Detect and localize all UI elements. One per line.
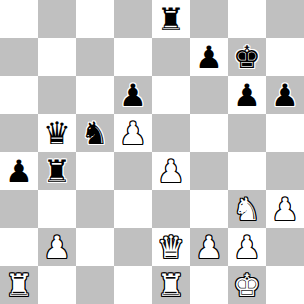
piece-black-rook: ♜ <box>157 0 185 38</box>
square-b7[interactable] <box>38 38 76 76</box>
square-g4[interactable] <box>228 152 266 190</box>
square-a2[interactable] <box>0 228 38 266</box>
square-e2[interactable]: ♛ <box>152 228 190 266</box>
piece-black-pawn: ♟ <box>119 76 147 114</box>
square-b4[interactable]: ♜ <box>38 152 76 190</box>
square-a1[interactable]: ♜ <box>0 266 38 304</box>
square-f3[interactable] <box>190 190 228 228</box>
square-a6[interactable] <box>0 76 38 114</box>
piece-black-pawn: ♟ <box>233 76 261 114</box>
chess-board: ♜♟♚♟♟♟♛♞♟♟♜♟♞♟♟♛♟♟♜♜♚ <box>0 0 304 304</box>
square-g8[interactable] <box>228 0 266 38</box>
piece-white-pawn: ♟ <box>157 152 185 190</box>
square-h6[interactable]: ♟ <box>266 76 304 114</box>
square-a7[interactable] <box>0 38 38 76</box>
square-g7[interactable]: ♚ <box>228 38 266 76</box>
piece-black-queen: ♛ <box>43 114 71 152</box>
square-b5[interactable]: ♛ <box>38 114 76 152</box>
square-a3[interactable] <box>0 190 38 228</box>
square-f2[interactable]: ♟ <box>190 228 228 266</box>
square-d3[interactable] <box>114 190 152 228</box>
square-e6[interactable] <box>152 76 190 114</box>
square-h2[interactable] <box>266 228 304 266</box>
piece-white-pawn: ♟ <box>195 228 223 266</box>
square-c4[interactable] <box>76 152 114 190</box>
square-b1[interactable] <box>38 266 76 304</box>
square-d6[interactable]: ♟ <box>114 76 152 114</box>
piece-white-knight: ♞ <box>233 190 261 228</box>
piece-black-pawn: ♟ <box>5 152 33 190</box>
square-c6[interactable] <box>76 76 114 114</box>
piece-white-king: ♚ <box>233 266 261 304</box>
square-a8[interactable] <box>0 0 38 38</box>
square-e1[interactable]: ♜ <box>152 266 190 304</box>
square-e8[interactable]: ♜ <box>152 0 190 38</box>
piece-white-queen: ♛ <box>157 228 185 266</box>
piece-black-pawn: ♟ <box>271 76 299 114</box>
square-b3[interactable] <box>38 190 76 228</box>
piece-white-rook: ♜ <box>5 266 33 304</box>
square-f7[interactable]: ♟ <box>190 38 228 76</box>
square-b6[interactable] <box>38 76 76 114</box>
square-h4[interactable] <box>266 152 304 190</box>
piece-white-pawn: ♟ <box>271 190 299 228</box>
square-h7[interactable] <box>266 38 304 76</box>
square-f5[interactable] <box>190 114 228 152</box>
square-c2[interactable] <box>76 228 114 266</box>
square-h8[interactable] <box>266 0 304 38</box>
piece-black-king: ♚ <box>233 38 261 76</box>
square-b8[interactable] <box>38 0 76 38</box>
square-f4[interactable] <box>190 152 228 190</box>
square-f6[interactable] <box>190 76 228 114</box>
square-c5[interactable]: ♞ <box>76 114 114 152</box>
square-f8[interactable] <box>190 0 228 38</box>
square-e5[interactable] <box>152 114 190 152</box>
square-c7[interactable] <box>76 38 114 76</box>
square-g5[interactable] <box>228 114 266 152</box>
square-h5[interactable] <box>266 114 304 152</box>
square-c8[interactable] <box>76 0 114 38</box>
square-e3[interactable] <box>152 190 190 228</box>
square-g6[interactable]: ♟ <box>228 76 266 114</box>
square-d4[interactable] <box>114 152 152 190</box>
square-g2[interactable]: ♟ <box>228 228 266 266</box>
square-d1[interactable] <box>114 266 152 304</box>
square-d8[interactable] <box>114 0 152 38</box>
square-f1[interactable] <box>190 266 228 304</box>
square-d5[interactable]: ♟ <box>114 114 152 152</box>
square-c1[interactable] <box>76 266 114 304</box>
square-d7[interactable] <box>114 38 152 76</box>
piece-white-rook: ♜ <box>157 266 185 304</box>
square-g1[interactable]: ♚ <box>228 266 266 304</box>
square-d2[interactable] <box>114 228 152 266</box>
square-e4[interactable]: ♟ <box>152 152 190 190</box>
piece-black-knight: ♞ <box>81 114 109 152</box>
square-h3[interactable]: ♟ <box>266 190 304 228</box>
piece-white-pawn: ♟ <box>119 114 147 152</box>
piece-black-rook: ♜ <box>43 152 71 190</box>
square-c3[interactable] <box>76 190 114 228</box>
square-a5[interactable] <box>0 114 38 152</box>
piece-white-pawn: ♟ <box>233 228 261 266</box>
piece-white-pawn: ♟ <box>43 228 71 266</box>
square-h1[interactable] <box>266 266 304 304</box>
square-a4[interactable]: ♟ <box>0 152 38 190</box>
square-b2[interactable]: ♟ <box>38 228 76 266</box>
square-e7[interactable] <box>152 38 190 76</box>
square-g3[interactable]: ♞ <box>228 190 266 228</box>
piece-black-pawn: ♟ <box>195 38 223 76</box>
